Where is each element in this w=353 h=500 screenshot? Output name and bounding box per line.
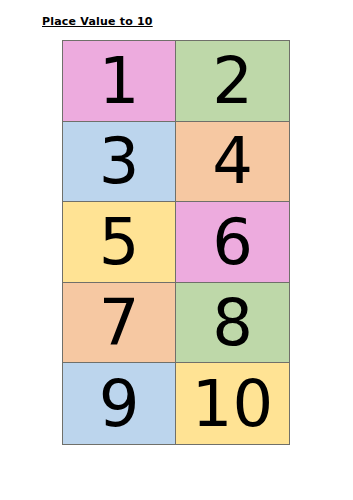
number-card-7: 7 [63, 283, 176, 364]
card-number: 6 [212, 210, 253, 274]
number-card-6: 6 [176, 202, 289, 283]
card-number: 5 [99, 210, 140, 274]
number-card-9: 9 [63, 363, 176, 444]
number-card-4: 4 [176, 122, 289, 203]
card-number: 10 [192, 372, 273, 436]
card-number: 4 [212, 129, 253, 193]
card-number: 1 [99, 49, 140, 113]
number-card-10: 10 [176, 363, 289, 444]
card-number: 9 [99, 372, 140, 436]
number-card-8: 8 [176, 283, 289, 364]
number-card-2: 2 [176, 41, 289, 122]
card-number: 2 [212, 49, 253, 113]
number-card-3: 3 [63, 122, 176, 203]
card-number: 7 [99, 291, 140, 355]
number-card-1: 1 [63, 41, 176, 122]
number-card-5: 5 [63, 202, 176, 283]
page-title: Place Value to 10 [42, 15, 153, 28]
card-number: 3 [99, 129, 140, 193]
card-number: 8 [212, 291, 253, 355]
number-card-grid: 12345678910 [62, 40, 290, 445]
